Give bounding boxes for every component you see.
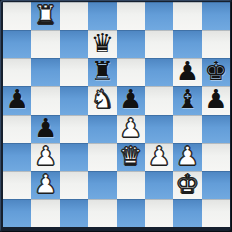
square-d8[interactable]: [88, 2, 116, 30]
square-f3[interactable]: ♟: [145, 143, 173, 171]
square-d5[interactable]: ♞: [88, 86, 116, 114]
square-a3[interactable]: [3, 143, 31, 171]
piece-white-pawn[interactable]: ♟: [147, 143, 170, 169]
piece-white-pawn[interactable]: ♟: [176, 143, 199, 169]
piece-black-pawn[interactable]: ♟: [204, 86, 227, 112]
square-h2[interactable]: [202, 171, 230, 199]
square-f2[interactable]: [145, 171, 173, 199]
square-h5[interactable]: ♟: [202, 86, 230, 114]
square-h1[interactable]: [202, 199, 230, 227]
chess-board-frame: ♜♛♜♟♚♟♞♟♝♟♟♟♟♛♟♟♟♚: [0, 0, 232, 232]
chess-board: ♜♛♜♟♚♟♞♟♝♟♟♟♟♛♟♟♟♚: [3, 2, 230, 227]
square-f7[interactable]: [145, 30, 173, 58]
square-a1[interactable]: [3, 199, 31, 227]
piece-white-pawn[interactable]: ♟: [34, 171, 57, 197]
square-b8[interactable]: ♜: [31, 2, 59, 30]
square-g6[interactable]: ♟: [173, 58, 201, 86]
piece-white-pawn[interactable]: ♟: [119, 115, 142, 141]
square-c5[interactable]: [60, 86, 88, 114]
square-f5[interactable]: [145, 86, 173, 114]
square-g1[interactable]: [173, 199, 201, 227]
piece-white-pawn[interactable]: ♟: [34, 143, 57, 169]
square-c8[interactable]: [60, 2, 88, 30]
square-d1[interactable]: [88, 199, 116, 227]
square-f8[interactable]: [145, 2, 173, 30]
piece-black-pawn[interactable]: ♟: [34, 115, 57, 141]
square-e4[interactable]: ♟: [117, 115, 145, 143]
piece-black-pawn[interactable]: ♟: [6, 86, 29, 112]
piece-white-rook[interactable]: ♜: [34, 2, 57, 28]
piece-black-pawn[interactable]: ♟: [119, 86, 142, 112]
piece-black-bishop[interactable]: ♝: [176, 86, 199, 112]
square-a8[interactable]: [3, 2, 31, 30]
square-a4[interactable]: [3, 115, 31, 143]
square-g7[interactable]: [173, 30, 201, 58]
piece-white-queen[interactable]: ♛: [119, 143, 142, 169]
square-b3[interactable]: ♟: [31, 143, 59, 171]
square-e5[interactable]: ♟: [117, 86, 145, 114]
square-c3[interactable]: [60, 143, 88, 171]
square-h3[interactable]: [202, 143, 230, 171]
square-g5[interactable]: ♝: [173, 86, 201, 114]
square-d6[interactable]: ♜: [88, 58, 116, 86]
square-a5[interactable]: ♟: [3, 86, 31, 114]
square-h8[interactable]: [202, 2, 230, 30]
piece-black-king[interactable]: ♚: [204, 58, 227, 84]
square-g8[interactable]: [173, 2, 201, 30]
square-g3[interactable]: ♟: [173, 143, 201, 171]
piece-white-king[interactable]: ♚: [176, 171, 199, 197]
square-c1[interactable]: [60, 199, 88, 227]
square-a6[interactable]: [3, 58, 31, 86]
square-b4[interactable]: ♟: [31, 115, 59, 143]
piece-white-knight[interactable]: ♞: [91, 86, 114, 112]
square-e6[interactable]: [117, 58, 145, 86]
square-h7[interactable]: [202, 30, 230, 58]
square-c6[interactable]: [60, 58, 88, 86]
square-d7[interactable]: ♛: [88, 30, 116, 58]
square-f4[interactable]: [145, 115, 173, 143]
square-c4[interactable]: [60, 115, 88, 143]
square-b1[interactable]: [31, 199, 59, 227]
square-e2[interactable]: [117, 171, 145, 199]
piece-black-queen[interactable]: ♛: [91, 30, 114, 56]
square-f6[interactable]: [145, 58, 173, 86]
square-e7[interactable]: [117, 30, 145, 58]
square-h6[interactable]: ♚: [202, 58, 230, 86]
square-b7[interactable]: [31, 30, 59, 58]
square-a2[interactable]: [3, 171, 31, 199]
square-b6[interactable]: [31, 58, 59, 86]
square-d3[interactable]: [88, 143, 116, 171]
square-b5[interactable]: [31, 86, 59, 114]
square-e1[interactable]: [117, 199, 145, 227]
square-c2[interactable]: [60, 171, 88, 199]
square-d4[interactable]: [88, 115, 116, 143]
square-b2[interactable]: ♟: [31, 171, 59, 199]
square-e8[interactable]: [117, 2, 145, 30]
square-g2[interactable]: ♚: [173, 171, 201, 199]
piece-black-rook[interactable]: ♜: [91, 58, 114, 84]
piece-black-pawn[interactable]: ♟: [176, 58, 199, 84]
square-g4[interactable]: [173, 115, 201, 143]
square-d2[interactable]: [88, 171, 116, 199]
square-h4[interactable]: [202, 115, 230, 143]
square-a7[interactable]: [3, 30, 31, 58]
square-e3[interactable]: ♛: [117, 143, 145, 171]
square-c7[interactable]: [60, 30, 88, 58]
square-f1[interactable]: [145, 199, 173, 227]
